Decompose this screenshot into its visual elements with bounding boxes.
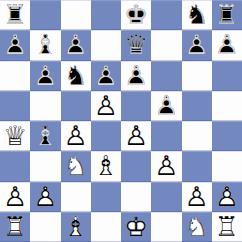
piece-white-bishop: ♝︎♗︎ [61,212,91,242]
square-d4[interactable] [91,121,121,151]
square-f8[interactable] [151,0,181,30]
piece-black-pawn: ♟︎♙︎ [30,61,60,91]
square-c8[interactable] [61,0,91,30]
square-d8[interactable] [91,0,121,30]
square-g7[interactable]: ♟︎♙︎ [182,30,212,60]
piece-black-bishop: ♝︎♗︎ [30,121,60,151]
piece-black-pawn: ♟︎♙︎ [151,91,181,121]
piece-black-pawn: ♟︎♙︎ [182,30,212,60]
square-g6[interactable] [182,61,212,91]
square-b1[interactable] [30,212,60,242]
piece-white-pawn: ♟︎♙︎ [212,182,242,212]
chess-board[interactable]: ♜︎♖︎♚︎♔︎♞︎♘︎♜︎♖︎♟︎♙︎♝︎♗︎♟︎♙︎♛︎♕︎♟︎♙︎♟︎♙︎… [0,0,242,242]
square-d5[interactable]: ♟︎♙︎ [91,91,121,121]
square-h5[interactable] [212,91,242,121]
piece-black-knight: ♞︎♘︎ [61,61,91,91]
square-e7[interactable]: ♛︎♕︎ [121,30,151,60]
square-h6[interactable] [212,61,242,91]
piece-black-pawn: ♟︎♙︎ [212,30,242,60]
square-h7[interactable]: ♟︎♙︎ [212,30,242,60]
square-e2[interactable] [121,182,151,212]
square-b6[interactable]: ♟︎♙︎ [30,61,60,91]
square-e4[interactable]: ♟︎♙︎ [121,121,151,151]
square-b7[interactable]: ♝︎♗︎ [30,30,60,60]
piece-white-pawn: ♟︎♙︎ [151,151,181,181]
piece-white-king: ♚︎♔︎ [121,212,151,242]
square-a8[interactable]: ♜︎♖︎ [0,0,30,30]
piece-black-bishop: ♝︎♗︎ [30,30,60,60]
square-e1[interactable]: ♚︎♔︎ [121,212,151,242]
piece-white-rook: ♜︎♖︎ [212,212,242,242]
piece-black-king: ♚︎♔︎ [121,0,151,30]
piece-white-pawn: ♟︎♙︎ [91,91,121,121]
piece-white-queen: ♛︎♕︎ [0,121,30,151]
square-e5[interactable] [121,91,151,121]
square-d7[interactable] [91,30,121,60]
square-h2[interactable]: ♟︎♙︎ [212,182,242,212]
square-d1[interactable] [91,212,121,242]
square-f3[interactable]: ♟︎♙︎ [151,151,181,181]
square-a6[interactable] [0,61,30,91]
square-e6[interactable]: ♟︎♙︎ [121,61,151,91]
square-a2[interactable]: ♟︎♙︎ [0,182,30,212]
square-c3[interactable]: ♞︎♘︎ [61,151,91,181]
piece-white-knight: ♞︎♘︎ [182,212,212,242]
square-c4[interactable]: ♟︎♙︎ [61,121,91,151]
square-f2[interactable] [151,182,181,212]
square-g3[interactable] [182,151,212,181]
square-h4[interactable] [212,121,242,151]
chess-board-wrap: ♜︎♖︎♚︎♔︎♞︎♘︎♜︎♖︎♟︎♙︎♝︎♗︎♟︎♙︎♛︎♕︎♟︎♙︎♟︎♙︎… [0,0,242,242]
square-c7[interactable]: ♟︎♙︎ [61,30,91,60]
piece-white-pawn: ♟︎♙︎ [121,121,151,151]
piece-white-pawn: ♟︎♙︎ [0,182,30,212]
piece-black-queen: ♛︎♕︎ [121,30,151,60]
square-h1[interactable]: ♜︎♖︎ [212,212,242,242]
piece-white-pawn: ♟︎♙︎ [61,121,91,151]
square-c6[interactable]: ♞︎♘︎ [61,61,91,91]
piece-black-rook: ♜︎♖︎ [212,0,242,30]
piece-white-pawn: ♟︎♙︎ [30,182,60,212]
piece-black-pawn: ♟︎♙︎ [0,30,30,60]
piece-black-knight: ♞︎♘︎ [182,0,212,30]
piece-white-rook: ♜︎♖︎ [0,212,30,242]
square-a5[interactable] [0,91,30,121]
square-a3[interactable] [0,151,30,181]
square-b4[interactable]: ♝︎♗︎ [30,121,60,151]
square-b5[interactable] [30,91,60,121]
square-b2[interactable]: ♟︎♙︎ [30,182,60,212]
square-d3[interactable]: ♝︎♗︎ [91,151,121,181]
square-a4[interactable]: ♛︎♕︎ [0,121,30,151]
square-f6[interactable] [151,61,181,91]
piece-white-pawn: ♟︎♙︎ [182,182,212,212]
square-b8[interactable] [30,0,60,30]
square-g4[interactable] [182,121,212,151]
square-g5[interactable] [182,91,212,121]
square-g2[interactable]: ♟︎♙︎ [182,182,212,212]
piece-white-bishop: ♝︎♗︎ [91,151,121,181]
square-d6[interactable]: ♟︎♙︎ [91,61,121,91]
square-e3[interactable] [121,151,151,181]
square-f7[interactable] [151,30,181,60]
piece-black-pawn: ♟︎♙︎ [121,61,151,91]
piece-black-pawn: ♟︎♙︎ [61,30,91,60]
square-f5[interactable]: ♟︎♙︎ [151,91,181,121]
piece-black-rook: ♜︎♖︎ [0,0,30,30]
square-d2[interactable] [91,182,121,212]
square-c1[interactable]: ♝︎♗︎ [61,212,91,242]
square-c2[interactable] [61,182,91,212]
square-g1[interactable]: ♞︎♘︎ [182,212,212,242]
square-f1[interactable] [151,212,181,242]
square-b3[interactable] [30,151,60,181]
square-f4[interactable] [151,121,181,151]
square-g8[interactable]: ♞︎♘︎ [182,0,212,30]
square-a1[interactable]: ♜︎♖︎ [0,212,30,242]
square-c5[interactable] [61,91,91,121]
square-h8[interactable]: ♜︎♖︎ [212,0,242,30]
piece-black-pawn: ♟︎♙︎ [91,61,121,91]
square-e8[interactable]: ♚︎♔︎ [121,0,151,30]
square-h3[interactable] [212,151,242,181]
square-a7[interactable]: ♟︎♙︎ [0,30,30,60]
piece-white-knight: ♞︎♘︎ [61,151,91,181]
